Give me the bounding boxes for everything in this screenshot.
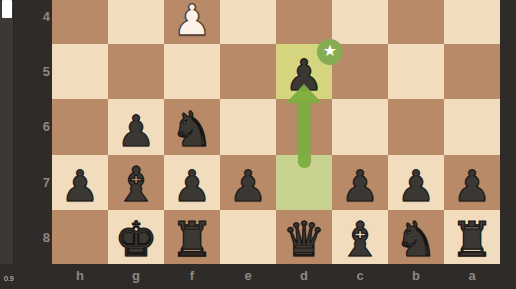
square-b6[interactable] [388,99,444,154]
file-label-b: b [388,264,444,289]
piece-black-rook-f8[interactable]: ♜ [170,215,213,265]
piece-black-bishop-g7[interactable]: ♝ [114,160,157,210]
piece-black-pawn-e7[interactable]: ♟ [229,165,268,210]
piece-black-pawn-b7[interactable]: ♟ [397,165,436,210]
square-a4[interactable] [444,0,500,44]
square-h8[interactable] [52,210,108,265]
star-icon: ★ [323,43,337,59]
file-label-e: e [220,264,276,289]
square-d6[interactable] [276,99,332,154]
file-label-g: g [108,264,164,289]
best-move-star-badge: ★ [317,39,343,65]
piece-black-knight-b8[interactable]: ♞ [394,215,437,265]
square-a7[interactable]: ♟ [444,155,500,210]
square-d8[interactable]: ♛ [276,210,332,265]
file-label-f: f [164,264,220,289]
file-label-a: a [444,264,500,289]
file-label-h: h [52,264,108,289]
scrollbar-track[interactable] [0,0,13,289]
square-b5[interactable] [388,44,444,99]
square-b8[interactable]: ♞ [388,210,444,265]
file-label-c: c [332,264,388,289]
square-h4[interactable] [52,0,108,44]
square-a8[interactable]: ♜ [444,210,500,265]
square-c6[interactable] [332,99,388,154]
square-e8[interactable] [220,210,276,265]
square-e4[interactable] [220,0,276,44]
square-f5[interactable] [164,44,220,99]
piece-black-pawn-g6[interactable]: ♟ [117,110,156,155]
square-f7[interactable]: ♟ [164,155,220,210]
square-g6[interactable]: ♟ [108,99,164,154]
square-g8[interactable]: ♚ [108,210,164,265]
rank-label-5: 5 [14,44,50,99]
square-e6[interactable] [220,99,276,154]
square-a5[interactable] [444,44,500,99]
piece-black-pawn-h7[interactable]: ♟ [61,165,100,210]
piece-black-knight-f6[interactable]: ♞ [170,105,213,155]
piece-black-pawn-d5[interactable]: ♟ [285,54,324,99]
square-f8[interactable]: ♜ [164,210,220,265]
square-g7[interactable]: ♝ [108,155,164,210]
square-g4[interactable] [108,0,164,44]
piece-black-queen-d8[interactable]: ♛ [282,215,325,265]
square-h7[interactable]: ♟ [52,155,108,210]
square-b7[interactable]: ♟ [388,155,444,210]
piece-black-pawn-c7[interactable]: ♟ [341,165,380,210]
square-b4[interactable] [388,0,444,44]
video-frame: 45678 ♟♟♟♞♟♝♟♟♟♟♟♚♜♛♝♞♜ hgfedcba ★ 0.9 [0,0,516,289]
file-label-d: d [276,264,332,289]
piece-white-pawn-f4[interactable]: ♟ [173,0,212,44]
rank-label-8: 8 [14,210,50,265]
playback-speed-label: 0.9 [4,275,14,282]
square-e5[interactable] [220,44,276,99]
piece-black-king-g8[interactable]: ♚ [114,215,157,265]
square-h6[interactable] [52,99,108,154]
square-e7[interactable]: ♟ [220,155,276,210]
square-c4[interactable] [332,0,388,44]
piece-black-bishop-c8[interactable]: ♝ [338,215,381,265]
square-d7[interactable] [276,155,332,210]
piece-black-pawn-f7[interactable]: ♟ [173,165,212,210]
scrollbar-thumb[interactable] [2,0,12,18]
rank-coordinate-sidebar: 45678 [13,0,53,289]
rank-label-6: 6 [14,99,50,154]
square-h5[interactable] [52,44,108,99]
right-frame-bar [501,0,516,289]
square-g5[interactable] [108,44,164,99]
chess-board[interactable]: ♟♟♟♞♟♝♟♟♟♟♟♚♜♛♝♞♜ [52,0,500,265]
rank-label-7: 7 [14,155,50,210]
file-labels: hgfedcba [52,264,500,289]
square-d4[interactable] [276,0,332,44]
square-f6[interactable]: ♞ [164,99,220,154]
square-c7[interactable]: ♟ [332,155,388,210]
piece-black-rook-a8[interactable]: ♜ [450,215,493,265]
piece-black-pawn-a7[interactable]: ♟ [453,165,492,210]
rank-label-4: 4 [14,0,50,44]
square-a6[interactable] [444,99,500,154]
square-f4[interactable]: ♟ [164,0,220,44]
square-c8[interactable]: ♝ [332,210,388,265]
